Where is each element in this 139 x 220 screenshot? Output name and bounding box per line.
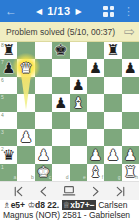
square-c6[interactable] (35, 77, 52, 94)
square-c8[interactable] (35, 42, 52, 59)
square-f7[interactable]: ♟ (87, 59, 104, 76)
overflow-menu-icon[interactable]: ⋮ (123, 6, 134, 17)
square-f3[interactable] (87, 129, 104, 146)
square-g2[interactable]: ♟ (104, 146, 121, 163)
square-e4[interactable] (70, 112, 87, 129)
black-pawn-h7: ♟ (122, 59, 139, 76)
white-bishop-f1: ♝ (87, 164, 104, 181)
square-d4[interactable] (52, 112, 69, 129)
black-king-d8: ♚ (52, 42, 69, 59)
white-pawn-f2: ♟ (87, 146, 104, 163)
white-pawn-g2: ♟ (104, 146, 121, 163)
next-arrow-icon[interactable]: ⇨ (124, 27, 135, 37)
square-e5[interactable]: ♝ (70, 94, 87, 111)
square-f1[interactable]: f♝ (87, 164, 104, 181)
first-move-button[interactable] (12, 185, 25, 198)
square-h2[interactable]: ♟ (122, 146, 139, 163)
square-h1[interactable]: h♜ (122, 164, 139, 181)
square-c7[interactable] (35, 59, 52, 76)
next-puzzle-icon[interactable]: ▶ (73, 7, 85, 16)
square-f2[interactable]: ♟ (87, 146, 104, 163)
players-line: Magnus (NOR) 2581 - Gabrielsen (3, 210, 139, 220)
square-d1[interactable]: d (52, 164, 69, 181)
square-c5[interactable] (35, 94, 52, 111)
square-c4[interactable] (35, 112, 52, 129)
square-f8[interactable] (87, 42, 104, 59)
square-f4[interactable] (87, 112, 104, 129)
status-text: Problem solved (5/10, 00:37) (6, 27, 124, 37)
square-d6[interactable] (52, 77, 69, 94)
black-queen-a2: ♛ (0, 146, 17, 163)
black-pawn-f7: ♟ (87, 59, 104, 76)
black-rook-a8: ♜ (0, 42, 17, 59)
square-b1[interactable]: b (17, 164, 34, 181)
engine-analysis-icon[interactable] (61, 184, 77, 198)
square-d7[interactable] (52, 59, 69, 76)
square-e1[interactable]: e (70, 164, 87, 181)
file-label: g (118, 175, 121, 180)
square-h3[interactable] (122, 129, 139, 146)
figurine-icon: ♕ (63, 200, 71, 210)
square-e8[interactable] (70, 42, 87, 59)
black-rook-g8: ♜ (104, 42, 121, 59)
square-b3[interactable]: ♟ (17, 129, 34, 146)
move-token[interactable]: ♔d8 (27, 200, 45, 210)
square-a8[interactable]: 8♜ (0, 42, 17, 59)
square-b5[interactable] (17, 94, 34, 111)
move-token[interactable]: 22. (47, 200, 59, 210)
square-b4[interactable] (17, 112, 34, 129)
rank-label: 6 (1, 78, 4, 83)
square-a5[interactable]: 5 (0, 94, 17, 111)
file-label: b (31, 175, 34, 180)
square-d8[interactable]: ♚ (52, 42, 69, 59)
square-d5[interactable]: ♟ (52, 94, 69, 111)
square-h6[interactable] (122, 77, 139, 94)
white-pawn-c2: ♟ (35, 146, 52, 163)
notation-panel: ♗e5+ ♔d8 22. ♕xb7+− Carlsen Magnus (NOR)… (0, 200, 139, 220)
square-c2[interactable]: ♟ (35, 146, 52, 163)
square-g4[interactable] (104, 112, 121, 129)
square-a4[interactable]: 4 (0, 112, 17, 129)
move-token[interactable]: ♗e5+ (3, 200, 25, 210)
status-banner: Problem solved (5/10, 00:37) ⇨ (0, 22, 139, 42)
grid-view-icon[interactable] (103, 6, 114, 17)
square-c3[interactable] (35, 129, 52, 146)
white-queen-b7: ♛ (17, 59, 34, 76)
square-e7[interactable] (70, 59, 87, 76)
file-label: e (83, 175, 86, 180)
top-bar: ← ◀ 1/13 ▶ ⋮ (0, 0, 139, 22)
square-b2[interactable] (17, 146, 34, 163)
square-g3[interactable] (104, 129, 121, 146)
white-rook-h1: ♜ (122, 164, 139, 181)
rank-label: 3 (1, 130, 4, 135)
square-g7[interactable] (104, 59, 121, 76)
square-a7[interactable]: 7♟ (0, 59, 17, 76)
chess-puzzle-app: ← ◀ 1/13 ▶ ⋮ Problem solved (5/10, 00:37… (0, 0, 139, 220)
white-bishop-e5: ♝ (70, 94, 87, 111)
square-g6[interactable] (104, 77, 121, 94)
file-label: a (14, 175, 17, 180)
chess-board[interactable]: 8♜♚♜7♟♛♟♟6♟5♟♝43♟2♛♟♟♟♟1abc♚def♝gh♜ (0, 42, 139, 181)
square-e2[interactable] (70, 146, 87, 163)
rank-label: 1 (1, 165, 4, 170)
square-b8[interactable] (17, 42, 34, 59)
rank-label: 5 (1, 95, 4, 100)
square-f6[interactable] (87, 77, 104, 94)
black-pawn-a7: ♟ (0, 59, 17, 76)
square-d2[interactable] (52, 146, 69, 163)
black-pawn-d5: ♟ (52, 94, 69, 111)
square-b6[interactable] (17, 77, 34, 94)
figurine-icon: ♔ (27, 200, 35, 210)
rank-label: 4 (1, 113, 4, 118)
file-label: d (66, 175, 69, 180)
square-h8[interactable] (122, 42, 139, 59)
figurine-icon: ♗ (3, 200, 11, 210)
square-c1[interactable]: c♚ (35, 164, 52, 181)
square-e3[interactable] (70, 129, 87, 146)
move-token[interactable]: ♕xb7+− (62, 200, 96, 210)
square-g8[interactable]: ♜ (104, 42, 121, 59)
puzzle-counter: 1/13 (45, 5, 72, 17)
prev-puzzle-icon[interactable]: ◀ (33, 7, 45, 16)
black-pawn-e6: ♟ (70, 77, 87, 94)
white-king-c1: ♚ (35, 164, 52, 181)
square-h4[interactable] (122, 112, 139, 129)
previous-move-button[interactable] (37, 185, 50, 198)
square-h7[interactable]: ♟ (122, 59, 139, 76)
square-a6[interactable]: 6 (0, 77, 17, 94)
square-h5[interactable] (122, 94, 139, 111)
square-g1[interactable]: g (104, 164, 121, 181)
players-line-start: Carlsen (98, 200, 127, 210)
white-pawn-b3: ♟ (17, 129, 34, 146)
square-d3[interactable] (52, 129, 69, 146)
square-a3[interactable]: 3 (0, 129, 17, 146)
square-b7[interactable]: ♛ (17, 59, 34, 76)
square-a2[interactable]: 2♛ (0, 146, 17, 163)
playback-bar (0, 181, 139, 200)
move-list[interactable]: ♗e5+ ♔d8 22. ♕xb7+− Carlsen (3, 200, 139, 210)
square-e6[interactable]: ♟ (70, 77, 87, 94)
white-pawn-h2: ♟ (122, 146, 139, 163)
square-a1[interactable]: 1a (0, 164, 17, 181)
square-f5[interactable] (87, 94, 104, 111)
last-move-button[interactable] (114, 185, 127, 198)
next-move-button[interactable] (89, 185, 102, 198)
puzzle-navigation: ◀ 1/13 ▶ (33, 5, 85, 17)
back-icon[interactable]: ← (5, 4, 19, 18)
square-g5[interactable] (104, 94, 121, 111)
